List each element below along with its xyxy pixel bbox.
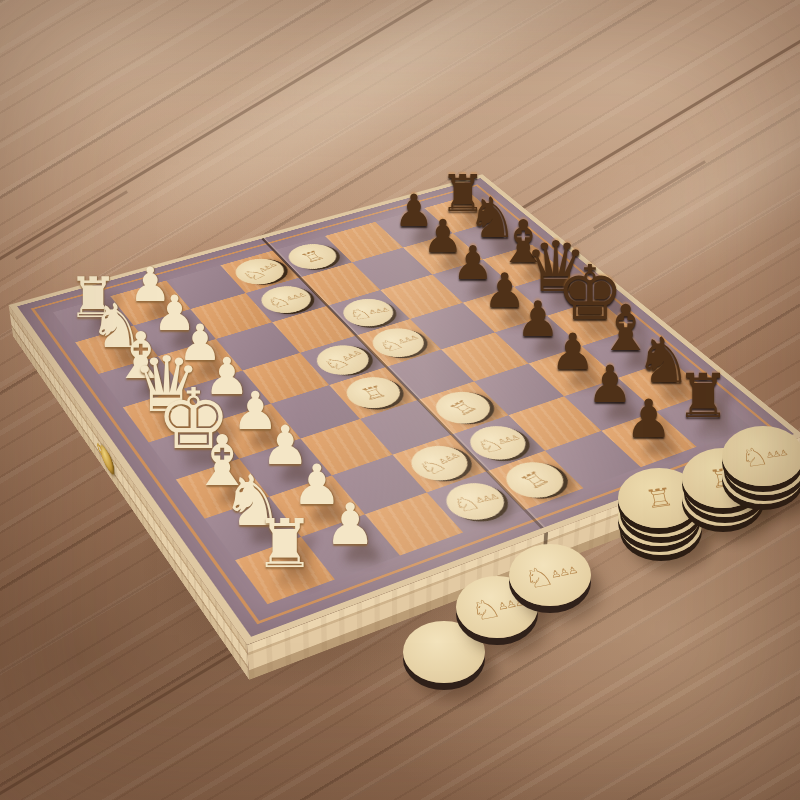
engraved-pawns-icon: ♙♙♙: [764, 449, 786, 460]
stack-top-disc-knight: ♘♙♙♙: [722, 426, 800, 486]
engraved-pawns-icon: ♙♙♙: [496, 597, 524, 611]
scene: ♘♙♙♙♖♘♙♙♙♘♙♙♙♘♙♙♙♘♙♙♙♖♖♘♙♙♙♘♙♙♙♘♙♙♙♖ ♜♞♝…: [0, 0, 800, 800]
checker-disc-stack[interactable]: ♘♙♙♙: [722, 426, 800, 512]
engraved-pawns-icon: ♙♙♙: [549, 565, 577, 579]
floor-checker-disc-knight[interactable]: ♘♙♙♙: [509, 544, 591, 606]
floor-items-layer: ♘♙♙♙♘♙♙♙♖♖♘♙♙♙: [0, 0, 800, 800]
engraved-rook-icon: ♖: [642, 484, 676, 512]
